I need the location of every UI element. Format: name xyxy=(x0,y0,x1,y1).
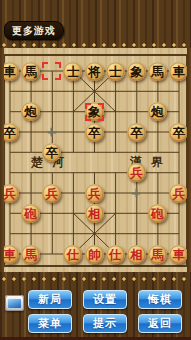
point-e10[interactable]: 将 xyxy=(84,61,105,81)
point-e1[interactable]: 帥 xyxy=(84,244,105,264)
new-game-button[interactable]: 新局 xyxy=(28,290,72,309)
point-f4[interactable] xyxy=(105,183,126,203)
monitor-icon[interactable] xyxy=(5,295,24,311)
piece-black-elephant[interactable]: 象 xyxy=(85,102,104,121)
point-b7[interactable] xyxy=(20,122,41,142)
point-b4[interactable] xyxy=(20,183,41,203)
point-g4[interactable] xyxy=(126,183,147,203)
board-frame-right xyxy=(187,48,191,272)
point-h4[interactable] xyxy=(147,183,168,203)
piece-red-horse[interactable]: 馬 xyxy=(148,245,167,264)
back-button[interactable]: 返回 xyxy=(138,314,182,333)
point-d8[interactable] xyxy=(62,102,83,122)
point-c3[interactable] xyxy=(41,203,62,223)
point-d1[interactable]: 仕 xyxy=(62,244,83,264)
point-h8[interactable]: 炮 xyxy=(147,102,168,122)
point-e6[interactable] xyxy=(84,142,105,162)
piece-red-soldier[interactable]: 兵 xyxy=(85,184,104,203)
point-c6[interactable]: 卒 xyxy=(41,142,62,162)
point-h2[interactable] xyxy=(147,224,168,244)
piece-red-soldier[interactable]: 兵 xyxy=(127,163,146,182)
point-c9[interactable] xyxy=(41,81,62,101)
point-c7[interactable] xyxy=(41,122,62,142)
point-d10[interactable]: 士 xyxy=(62,61,83,81)
undo-button[interactable]: 悔棋 xyxy=(138,290,182,309)
piece-red-advisor[interactable]: 仕 xyxy=(106,245,125,264)
point-f9[interactable] xyxy=(105,81,126,101)
point-c10[interactable] xyxy=(41,61,62,81)
settings-button[interactable]: 设置 xyxy=(83,290,127,309)
point-e5[interactable] xyxy=(84,163,105,183)
point-f3[interactable] xyxy=(105,203,126,223)
point-d3[interactable] xyxy=(62,203,83,223)
piece-black-soldier[interactable]: 卒 xyxy=(42,143,61,162)
piece-red-cannon[interactable]: 砲 xyxy=(21,204,40,223)
piece-black-elephant[interactable]: 象 xyxy=(127,62,146,81)
point-e4[interactable]: 兵 xyxy=(84,183,105,203)
point-f1[interactable]: 仕 xyxy=(105,244,126,264)
piece-red-soldier[interactable]: 兵 xyxy=(42,184,61,203)
piece-black-soldier[interactable]: 卒 xyxy=(127,123,146,142)
xiangqi-app-screen: 更多游戏 楚河 漢界 車馬士将士象馬車炮象炮卒卒卒卒卒兵兵兵兵兵砲相砲車馬仕帥仕… xyxy=(0,0,191,340)
nail-dots-top xyxy=(0,42,191,48)
point-c4[interactable]: 兵 xyxy=(41,183,62,203)
piece-black-cannon[interactable]: 炮 xyxy=(21,102,40,121)
point-e3[interactable]: 相 xyxy=(84,203,105,223)
point-g8[interactable] xyxy=(126,102,147,122)
piece-red-elephant[interactable]: 相 xyxy=(85,204,104,223)
point-g1[interactable]: 相 xyxy=(126,244,147,264)
point-b5[interactable] xyxy=(20,163,41,183)
point-g6[interactable] xyxy=(126,142,147,162)
point-c2[interactable] xyxy=(41,224,62,244)
piece-black-general[interactable]: 将 xyxy=(85,62,104,81)
point-d9[interactable] xyxy=(62,81,83,101)
nail-dots-bottom xyxy=(0,276,191,282)
toolbar: 新局 设置 悔棋 菜单 提示 返回 xyxy=(28,290,183,333)
soldier-point-marker-icon xyxy=(132,189,141,198)
piece-red-general[interactable]: 帥 xyxy=(85,245,104,264)
point-b8[interactable]: 炮 xyxy=(20,102,41,122)
point-g9[interactable] xyxy=(126,81,147,101)
piece-black-cannon[interactable]: 炮 xyxy=(148,102,167,121)
piece-red-cannon[interactable]: 砲 xyxy=(148,204,167,223)
piece-red-elephant[interactable]: 相 xyxy=(127,245,146,264)
point-b6[interactable] xyxy=(20,142,41,162)
more-games-button[interactable]: 更多游戏 xyxy=(4,21,64,40)
point-d4[interactable] xyxy=(62,183,83,203)
point-c1[interactable] xyxy=(41,244,62,264)
point-f5[interactable] xyxy=(105,163,126,183)
point-g10[interactable]: 象 xyxy=(126,61,147,81)
point-h9[interactable] xyxy=(147,81,168,101)
point-h7[interactable] xyxy=(147,122,168,142)
point-b10[interactable]: 馬 xyxy=(20,61,41,81)
menu-button[interactable]: 菜单 xyxy=(28,314,72,333)
point-f10[interactable]: 士 xyxy=(105,61,126,81)
point-e2[interactable] xyxy=(84,224,105,244)
board-grid: 車馬士将士象馬車炮象炮卒卒卒卒卒兵兵兵兵兵砲相砲車馬仕帥仕相馬車 xyxy=(0,61,189,264)
piece-black-advisor[interactable]: 士 xyxy=(106,62,125,81)
point-g3[interactable] xyxy=(126,203,147,223)
point-e7[interactable]: 卒 xyxy=(84,122,105,142)
point-d7[interactable] xyxy=(62,122,83,142)
point-c8[interactable] xyxy=(41,102,62,122)
piece-black-advisor[interactable]: 士 xyxy=(63,62,82,81)
piece-red-horse[interactable]: 馬 xyxy=(21,245,40,264)
piece-red-chariot[interactable]: 車 xyxy=(169,245,188,264)
point-b1[interactable]: 馬 xyxy=(20,244,41,264)
point-e8[interactable]: 象 xyxy=(84,102,105,122)
piece-black-horse[interactable]: 馬 xyxy=(148,62,167,81)
point-g5[interactable]: 兵 xyxy=(126,163,147,183)
piece-black-soldier[interactable]: 卒 xyxy=(169,123,188,142)
point-g7[interactable]: 卒 xyxy=(126,122,147,142)
last-move-marker xyxy=(42,62,61,80)
piece-red-advisor[interactable]: 仕 xyxy=(63,245,82,264)
point-h3[interactable]: 砲 xyxy=(147,203,168,223)
point-h10[interactable]: 馬 xyxy=(147,61,168,81)
point-g2[interactable] xyxy=(126,224,147,244)
piece-black-horse[interactable]: 馬 xyxy=(21,62,40,81)
point-h1[interactable]: 馬 xyxy=(147,244,168,264)
point-b3[interactable]: 砲 xyxy=(20,203,41,223)
piece-red-soldier[interactable]: 兵 xyxy=(169,184,188,203)
point-h6[interactable] xyxy=(147,142,168,162)
hint-button[interactable]: 提示 xyxy=(83,314,127,333)
point-f8[interactable] xyxy=(105,102,126,122)
point-e9[interactable] xyxy=(84,81,105,101)
point-d2[interactable] xyxy=(62,224,83,244)
board-frame-left xyxy=(0,48,4,272)
point-f7[interactable] xyxy=(105,122,126,142)
point-c5[interactable] xyxy=(41,163,62,183)
point-h5[interactable] xyxy=(147,163,168,183)
point-b9[interactable] xyxy=(20,81,41,101)
point-f2[interactable] xyxy=(105,224,126,244)
piece-black-soldier[interactable]: 卒 xyxy=(85,123,104,142)
point-d5[interactable] xyxy=(62,163,83,183)
point-f6[interactable] xyxy=(105,142,126,162)
point-d6[interactable] xyxy=(62,142,83,162)
piece-black-chariot[interactable]: 車 xyxy=(169,62,188,81)
point-b2[interactable] xyxy=(20,224,41,244)
monitor-screen-icon xyxy=(8,299,21,308)
soldier-point-marker-icon xyxy=(47,128,56,137)
